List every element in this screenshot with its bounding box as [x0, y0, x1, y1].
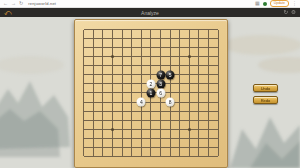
board-intersection[interactable]	[156, 125, 166, 134]
board-intersection[interactable]	[127, 143, 137, 152]
board-intersection[interactable]	[165, 88, 175, 97]
board-intersection[interactable]	[79, 143, 89, 152]
board-intersection[interactable]	[89, 107, 99, 116]
browser-toolbar: ← → ↻ renjuworld.net ▦ Update ⋮	[0, 0, 300, 8]
board-intersection[interactable]	[79, 98, 89, 107]
board-intersection[interactable]	[185, 34, 195, 43]
board-intersection[interactable]	[117, 134, 127, 143]
board-intersection[interactable]	[185, 79, 195, 88]
board-intersection[interactable]	[165, 79, 175, 88]
board-intersection[interactable]	[194, 61, 204, 70]
board-intersection[interactable]	[98, 34, 108, 43]
board-intersection[interactable]	[89, 25, 99, 34]
board-intersection[interactable]	[108, 34, 118, 43]
board-intersection[interactable]	[156, 107, 166, 116]
board-intersection[interactable]	[108, 79, 118, 88]
board-intersection[interactable]	[156, 116, 166, 125]
board-intersection[interactable]	[146, 98, 156, 107]
board-intersection[interactable]	[175, 152, 185, 161]
board-intersection[interactable]	[108, 116, 118, 125]
board-intersection[interactable]	[204, 43, 214, 52]
board-intersection[interactable]: 8	[165, 98, 175, 107]
board-intersection[interactable]	[194, 98, 204, 107]
board-intersection[interactable]	[194, 134, 204, 143]
board-intersection[interactable]	[204, 98, 214, 107]
board-intersection[interactable]	[98, 143, 108, 152]
board-intersection[interactable]	[185, 125, 195, 134]
board-intersection[interactable]	[117, 43, 127, 52]
board-intersection[interactable]	[156, 143, 166, 152]
board-intersection[interactable]	[117, 116, 127, 125]
board-intersection[interactable]	[213, 152, 223, 161]
board-intersection[interactable]	[185, 43, 195, 52]
board-intersection[interactable]	[89, 88, 99, 97]
board-intersection[interactable]	[127, 116, 137, 125]
board-intersection[interactable]	[137, 152, 147, 161]
board-intersection[interactable]	[204, 88, 214, 97]
stone-white-2[interactable]: 2	[146, 79, 155, 88]
board-intersection[interactable]	[127, 70, 137, 79]
stone-black-5[interactable]: 5	[166, 70, 175, 79]
board-intersection[interactable]	[79, 152, 89, 161]
board-intersection[interactable]	[213, 88, 223, 97]
board-intersection[interactable]	[127, 152, 137, 161]
board-intersection[interactable]	[185, 143, 195, 152]
board-intersection[interactable]	[175, 25, 185, 34]
board-intersection[interactable]	[137, 79, 147, 88]
board-intersection[interactable]	[89, 34, 99, 43]
board-intersection[interactable]	[213, 34, 223, 43]
board-intersection[interactable]	[175, 43, 185, 52]
board-intersection[interactable]	[108, 43, 118, 52]
board-intersection[interactable]	[204, 70, 214, 79]
board-intersection[interactable]	[175, 143, 185, 152]
stone-black-7[interactable]: 7	[156, 70, 165, 79]
board-intersection[interactable]	[185, 152, 195, 161]
board-intersection[interactable]	[194, 88, 204, 97]
board-intersection[interactable]	[137, 107, 147, 116]
board-intersection[interactable]	[165, 52, 175, 61]
board-intersection[interactable]	[98, 152, 108, 161]
board-intersection[interactable]	[175, 125, 185, 134]
board-intersection[interactable]	[165, 107, 175, 116]
board-intersection[interactable]	[137, 143, 147, 152]
board-intersection[interactable]	[127, 79, 137, 88]
board-intersection[interactable]	[213, 70, 223, 79]
board-intersection[interactable]	[185, 70, 195, 79]
board-intersection[interactable]	[79, 52, 89, 61]
board-intersection[interactable]	[98, 125, 108, 134]
board-intersection[interactable]	[213, 52, 223, 61]
board-intersection[interactable]	[127, 34, 137, 43]
board-intersection[interactable]	[108, 25, 118, 34]
board-intersection[interactable]	[137, 88, 147, 97]
board-intersection[interactable]	[108, 61, 118, 70]
board-intersection[interactable]	[137, 134, 147, 143]
board-intersection[interactable]	[146, 143, 156, 152]
board-intersection[interactable]	[194, 79, 204, 88]
board-intersection[interactable]	[213, 98, 223, 107]
board-intersection[interactable]	[175, 134, 185, 143]
board-intersection[interactable]	[127, 98, 137, 107]
board-intersection[interactable]	[117, 98, 127, 107]
board-intersection[interactable]	[204, 52, 214, 61]
board-intersection[interactable]	[108, 52, 118, 61]
board-intersection[interactable]	[89, 134, 99, 143]
board-intersection[interactable]	[146, 25, 156, 34]
board-intersection[interactable]	[79, 79, 89, 88]
app-header: ⤺ Analyze ↻ ⚙	[0, 8, 300, 17]
board-intersection[interactable]	[117, 88, 127, 97]
board-intersection[interactable]	[79, 125, 89, 134]
board-intersection[interactable]	[98, 134, 108, 143]
board-intersection[interactable]	[98, 116, 108, 125]
board-intersection[interactable]	[127, 52, 137, 61]
board-intersection[interactable]	[127, 25, 137, 34]
board-intersection[interactable]	[165, 143, 175, 152]
board-intersection[interactable]	[146, 116, 156, 125]
board-intersection[interactable]	[89, 125, 99, 134]
board-intersection[interactable]	[175, 61, 185, 70]
board-intersection[interactable]	[156, 98, 166, 107]
board-intersection[interactable]	[117, 34, 127, 43]
board-intersection[interactable]: 6	[156, 88, 166, 97]
board-intersection[interactable]	[137, 52, 147, 61]
board-intersection[interactable]	[194, 52, 204, 61]
board-intersection[interactable]	[108, 107, 118, 116]
board-intersection[interactable]	[204, 107, 214, 116]
board-intersection[interactable]	[89, 52, 99, 61]
page-title: Analyze	[0, 10, 300, 16]
board-intersection[interactable]	[137, 125, 147, 134]
board-intersection[interactable]	[98, 70, 108, 79]
extensions-icon[interactable]: ▦	[255, 1, 260, 6]
board-intersection[interactable]	[89, 152, 99, 161]
board-intersection[interactable]	[98, 98, 108, 107]
board-intersection[interactable]	[204, 152, 214, 161]
board-intersection[interactable]	[79, 34, 89, 43]
refresh-icon[interactable]: ↻	[283, 10, 288, 16]
board-intersection[interactable]	[98, 52, 108, 61]
board-intersection[interactable]	[98, 61, 108, 70]
board-intersection[interactable]	[156, 43, 166, 52]
board-intersection[interactable]	[175, 52, 185, 61]
board-intersection[interactable]	[185, 134, 195, 143]
board-intersection[interactable]	[213, 107, 223, 116]
board-intersection[interactable]	[204, 116, 214, 125]
board-intersection[interactable]	[89, 143, 99, 152]
board-intersection[interactable]	[165, 152, 175, 161]
board-intersection[interactable]	[213, 43, 223, 52]
board-intersection[interactable]	[185, 107, 195, 116]
back-icon[interactable]: ←	[3, 1, 8, 6]
board-intersection[interactable]	[146, 152, 156, 161]
board-intersection[interactable]	[185, 98, 195, 107]
board-intersection[interactable]	[175, 88, 185, 97]
board-intersection[interactable]	[108, 98, 118, 107]
board-intersection[interactable]	[146, 34, 156, 43]
board-intersection[interactable]	[156, 25, 166, 34]
board-intersection[interactable]	[204, 125, 214, 134]
board-intersection[interactable]	[117, 25, 127, 34]
board-intersection[interactable]	[79, 25, 89, 34]
board-intersection[interactable]	[108, 88, 118, 97]
board-intersection[interactable]	[175, 107, 185, 116]
board-intersection[interactable]: 7	[156, 70, 166, 79]
board-intersection[interactable]	[127, 88, 137, 97]
board-intersection[interactable]	[146, 43, 156, 52]
board-intersection[interactable]	[137, 43, 147, 52]
redo-button[interactable]: Redo	[253, 96, 278, 104]
board-intersection[interactable]	[146, 107, 156, 116]
board-intersection[interactable]	[204, 61, 214, 70]
board-intersection[interactable]	[194, 25, 204, 34]
board-intersection[interactable]	[98, 43, 108, 52]
board-intersection[interactable]	[98, 79, 108, 88]
board-intersection[interactable]	[137, 34, 147, 43]
board-intersection[interactable]	[79, 107, 89, 116]
reload-icon[interactable]: ↻	[19, 1, 23, 6]
star-point	[188, 128, 191, 131]
stone-black-1[interactable]: 1	[146, 88, 155, 97]
gomoku-board[interactable]: 75231648	[74, 19, 228, 168]
board-intersection[interactable]	[117, 107, 127, 116]
board-intersection[interactable]	[185, 52, 195, 61]
board-intersection[interactable]	[213, 79, 223, 88]
update-button[interactable]: Update	[270, 0, 289, 7]
board-intersection[interactable]	[79, 116, 89, 125]
board-intersection[interactable]: 3	[156, 79, 166, 88]
settings-gear-icon[interactable]: ⚙	[291, 10, 296, 16]
board-intersection[interactable]	[117, 61, 127, 70]
star-point	[111, 128, 114, 131]
board-intersection[interactable]	[117, 143, 127, 152]
board-intersection[interactable]	[156, 52, 166, 61]
board-intersection[interactable]	[204, 143, 214, 152]
board-intersection[interactable]	[146, 52, 156, 61]
board-intersection[interactable]	[146, 61, 156, 70]
board-intersection[interactable]	[146, 70, 156, 79]
board-intersection[interactable]	[89, 98, 99, 107]
board-intersection[interactable]	[79, 134, 89, 143]
board-intersection[interactable]	[156, 34, 166, 43]
board-intersection[interactable]	[204, 134, 214, 143]
board-intersection[interactable]	[165, 34, 175, 43]
board-intersection[interactable]: 2	[146, 79, 156, 88]
stone-white-4[interactable]: 4	[137, 98, 146, 107]
board-intersection[interactable]	[175, 34, 185, 43]
board-intersection[interactable]	[175, 79, 185, 88]
board-intersection[interactable]	[89, 116, 99, 125]
board-intersection[interactable]	[127, 107, 137, 116]
main-area: 75231648 Undo Redo	[0, 17, 300, 168]
board-intersection[interactable]	[137, 61, 147, 70]
star-point	[188, 55, 191, 58]
board-intersection[interactable]	[165, 134, 175, 143]
board-intersection[interactable]	[89, 79, 99, 88]
profile-avatar[interactable]	[263, 2, 267, 6]
stone-black-3[interactable]: 3	[156, 79, 165, 88]
board-intersection[interactable]	[185, 25, 195, 34]
board-intersection[interactable]	[108, 70, 118, 79]
board-intersection[interactable]	[194, 125, 204, 134]
board-intersection[interactable]	[165, 61, 175, 70]
board-intersection[interactable]	[185, 61, 195, 70]
board-intersection[interactable]	[194, 152, 204, 161]
board-intersection[interactable]	[117, 52, 127, 61]
star-point	[111, 55, 114, 58]
board-intersection[interactable]	[194, 107, 204, 116]
board-intersection[interactable]	[108, 143, 118, 152]
board-intersection[interactable]: 1	[146, 88, 156, 97]
board-intersection[interactable]	[108, 125, 118, 134]
menu-icon[interactable]: ⋮	[292, 1, 297, 6]
board-intersection[interactable]	[213, 134, 223, 143]
board-intersection[interactable]	[137, 25, 147, 34]
board-intersection[interactable]	[165, 125, 175, 134]
board-intersection[interactable]	[98, 107, 108, 116]
board-intersection[interactable]	[185, 116, 195, 125]
board-intersection[interactable]	[165, 25, 175, 34]
board-intersection[interactable]	[204, 25, 214, 34]
board-grid: 75231648	[79, 25, 223, 161]
board-intersection[interactable]	[98, 25, 108, 34]
board-intersection[interactable]	[137, 116, 147, 125]
board-intersection[interactable]	[117, 152, 127, 161]
board-intersection[interactable]	[165, 116, 175, 125]
board-intersection[interactable]	[89, 43, 99, 52]
board-intersection[interactable]	[127, 61, 137, 70]
board-intersection[interactable]	[146, 134, 156, 143]
board-intersection[interactable]	[156, 134, 166, 143]
board-intersection[interactable]	[175, 70, 185, 79]
forward-icon[interactable]: →	[11, 1, 16, 6]
board-intersection[interactable]	[156, 61, 166, 70]
board-intersection[interactable]	[213, 125, 223, 134]
board-intersection[interactable]	[127, 43, 137, 52]
board-intersection[interactable]	[79, 43, 89, 52]
board-intersection[interactable]	[79, 70, 89, 79]
header-actions: ↻ ⚙	[283, 10, 296, 16]
board-intersection[interactable]	[89, 61, 99, 70]
undo-button[interactable]: Undo	[253, 84, 278, 92]
board-intersection[interactable]	[213, 61, 223, 70]
board-intersection[interactable]	[175, 116, 185, 125]
board-intersection[interactable]	[117, 125, 127, 134]
board-intersection[interactable]	[204, 79, 214, 88]
board-intersection[interactable]	[127, 134, 137, 143]
board-intersection[interactable]	[117, 70, 127, 79]
board-intersection[interactable]	[146, 125, 156, 134]
board-intersection[interactable]	[156, 152, 166, 161]
board-intersection[interactable]: 5	[165, 70, 175, 79]
board-intersection[interactable]	[108, 134, 118, 143]
board-intersection[interactable]	[165, 43, 175, 52]
board-intersection[interactable]	[213, 25, 223, 34]
address-bar[interactable]: renjuworld.net	[28, 1, 56, 6]
board-intersection[interactable]	[89, 70, 99, 79]
board-intersection[interactable]	[98, 88, 108, 97]
board-intersection[interactable]: 4	[137, 98, 147, 107]
board-intersection[interactable]	[213, 116, 223, 125]
app-window: ← → ↻ renjuworld.net ▦ Update ⋮ ⤺ Analyz…	[0, 0, 300, 168]
board-intersection[interactable]	[79, 61, 89, 70]
board-intersection[interactable]	[194, 116, 204, 125]
board-intersection[interactable]	[213, 143, 223, 152]
board-intersection[interactable]	[194, 70, 204, 79]
board-intersection[interactable]	[204, 34, 214, 43]
board-intersection[interactable]	[194, 43, 204, 52]
board-intersection[interactable]	[79, 88, 89, 97]
stone-white-8[interactable]: 8	[166, 98, 175, 107]
board-intersection[interactable]	[137, 70, 147, 79]
board-intersection[interactable]	[175, 98, 185, 107]
board-intersection[interactable]	[185, 88, 195, 97]
board-intersection[interactable]	[194, 143, 204, 152]
board-intersection[interactable]	[127, 125, 137, 134]
browser-actions: ▦ Update ⋮	[255, 0, 297, 7]
board-intersection[interactable]	[108, 152, 118, 161]
stone-white-6[interactable]: 6	[156, 88, 165, 97]
board-intersection[interactable]	[194, 34, 204, 43]
board-intersection[interactable]	[117, 79, 127, 88]
